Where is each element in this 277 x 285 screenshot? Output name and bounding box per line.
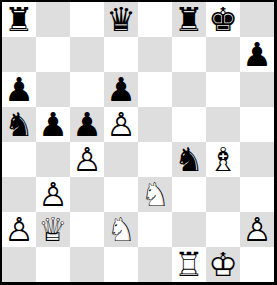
square-f4[interactable]: ♞ (172, 142, 206, 177)
square-e3[interactable]: ♞♘ (138, 177, 172, 212)
white-king-piece[interactable]: ♚♔ (206, 247, 240, 282)
square-d4[interactable] (104, 142, 138, 177)
black-pawn-piece[interactable]: ♟ (240, 37, 274, 72)
black-rook-piece[interactable]: ♜ (172, 2, 206, 37)
white-knight-piece[interactable]: ♞♘ (104, 212, 138, 247)
square-c1[interactable] (70, 247, 104, 282)
square-g4[interactable]: ♝♗ (206, 142, 240, 177)
square-b1[interactable] (36, 247, 70, 282)
white-queen-piece[interactable]: ♛♕ (36, 212, 70, 247)
square-d8[interactable]: ♛ (104, 2, 138, 37)
white-knight-piece[interactable]: ♞♘ (138, 177, 172, 212)
black-pawn-piece[interactable]: ♟ (70, 107, 104, 142)
black-pawn-piece[interactable]: ♟ (104, 72, 138, 107)
square-h6[interactable] (240, 72, 274, 107)
square-d1[interactable] (104, 247, 138, 282)
square-h7[interactable]: ♟ (240, 37, 274, 72)
square-a5[interactable]: ♞ (2, 107, 36, 142)
white-bishop-piece[interactable]: ♝♗ (206, 142, 240, 177)
square-c5[interactable]: ♟ (70, 107, 104, 142)
white-pawn-piece[interactable]: ♟♙ (240, 212, 274, 247)
black-queen-piece[interactable]: ♛ (104, 2, 138, 37)
square-d5[interactable]: ♟♙ (104, 107, 138, 142)
square-a7[interactable] (2, 37, 36, 72)
square-g6[interactable] (206, 72, 240, 107)
square-h4[interactable] (240, 142, 274, 177)
white-pawn-piece[interactable]: ♟♙ (70, 142, 104, 177)
white-pawn-piece[interactable]: ♟♙ (104, 107, 138, 142)
square-f2[interactable] (172, 212, 206, 247)
square-g3[interactable] (206, 177, 240, 212)
square-c8[interactable] (70, 2, 104, 37)
square-c2[interactable] (70, 212, 104, 247)
square-c6[interactable] (70, 72, 104, 107)
square-e8[interactable] (138, 2, 172, 37)
square-g8[interactable]: ♚ (206, 2, 240, 37)
square-a3[interactable] (2, 177, 36, 212)
square-b6[interactable] (36, 72, 70, 107)
square-h1[interactable] (240, 247, 274, 282)
square-a2[interactable]: ♟♙ (2, 212, 36, 247)
black-pawn-piece[interactable]: ♟ (36, 107, 70, 142)
white-pawn-piece[interactable]: ♟♙ (2, 212, 36, 247)
square-f8[interactable]: ♜ (172, 2, 206, 37)
square-e2[interactable] (138, 212, 172, 247)
black-rook-piece[interactable]: ♜ (2, 2, 36, 37)
square-b5[interactable]: ♟ (36, 107, 70, 142)
square-h2[interactable]: ♟♙ (240, 212, 274, 247)
square-e5[interactable] (138, 107, 172, 142)
square-f6[interactable] (172, 72, 206, 107)
square-g1[interactable]: ♚♔ (206, 247, 240, 282)
square-d2[interactable]: ♞♘ (104, 212, 138, 247)
square-a6[interactable]: ♟ (2, 72, 36, 107)
square-g5[interactable] (206, 107, 240, 142)
square-d3[interactable] (104, 177, 138, 212)
square-a8[interactable]: ♜ (2, 2, 36, 37)
board-grid: ♜♛♜♚♟♟♟♞♟♟♟♙♟♙♞♝♗♟♙♞♘♟♙♛♕♞♘♟♙♜♖♚♔ (2, 2, 274, 282)
black-pawn-piece[interactable]: ♟ (2, 72, 36, 107)
square-f1[interactable]: ♜♖ (172, 247, 206, 282)
square-h3[interactable] (240, 177, 274, 212)
black-knight-piece[interactable]: ♞ (172, 142, 206, 177)
white-pawn-piece[interactable]: ♟♙ (36, 177, 70, 212)
square-c4[interactable]: ♟♙ (70, 142, 104, 177)
square-h8[interactable] (240, 2, 274, 37)
square-b3[interactable]: ♟♙ (36, 177, 70, 212)
square-h5[interactable] (240, 107, 274, 142)
square-f7[interactable] (172, 37, 206, 72)
square-b4[interactable] (36, 142, 70, 177)
square-e7[interactable] (138, 37, 172, 72)
black-king-piece[interactable]: ♚ (206, 2, 240, 37)
square-b7[interactable] (36, 37, 70, 72)
square-f3[interactable] (172, 177, 206, 212)
square-c3[interactable] (70, 177, 104, 212)
white-rook-piece[interactable]: ♜♖ (172, 247, 206, 282)
square-b2[interactable]: ♛♕ (36, 212, 70, 247)
square-e4[interactable] (138, 142, 172, 177)
square-e6[interactable] (138, 72, 172, 107)
square-d6[interactable]: ♟ (104, 72, 138, 107)
square-f5[interactable] (172, 107, 206, 142)
square-g7[interactable] (206, 37, 240, 72)
square-a4[interactable] (2, 142, 36, 177)
square-b8[interactable] (36, 2, 70, 37)
square-e1[interactable] (138, 247, 172, 282)
chess-board: ♜♛♜♚♟♟♟♞♟♟♟♙♟♙♞♝♗♟♙♞♘♟♙♛♕♞♘♟♙♜♖♚♔ (0, 0, 277, 285)
square-a1[interactable] (2, 247, 36, 282)
black-knight-piece[interactable]: ♞ (2, 107, 36, 142)
square-d7[interactable] (104, 37, 138, 72)
square-g2[interactable] (206, 212, 240, 247)
square-c7[interactable] (70, 37, 104, 72)
